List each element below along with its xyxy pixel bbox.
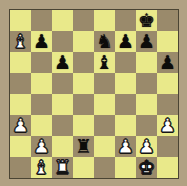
white-pawn-f2: ♟ bbox=[115, 136, 136, 157]
square-b6[interactable] bbox=[31, 52, 52, 73]
square-c2[interactable] bbox=[52, 136, 73, 157]
square-a2[interactable] bbox=[10, 136, 31, 157]
square-f7[interactable]: ♟ bbox=[115, 31, 136, 52]
square-f8[interactable] bbox=[115, 10, 136, 31]
square-b7[interactable]: ♟ bbox=[31, 31, 52, 52]
black-pawn-f7: ♟ bbox=[115, 31, 136, 52]
square-h7[interactable] bbox=[157, 31, 178, 52]
square-f6[interactable] bbox=[115, 52, 136, 73]
square-e1[interactable] bbox=[94, 157, 115, 178]
page-background: { "game": "chess", "position": { "fen": … bbox=[0, 0, 187, 186]
square-e8[interactable] bbox=[94, 10, 115, 31]
square-b8[interactable] bbox=[31, 10, 52, 31]
black-knight-e7: ♞ bbox=[94, 31, 115, 52]
square-g1[interactable]: ♚ bbox=[136, 157, 157, 178]
square-a6[interactable] bbox=[10, 52, 31, 73]
square-g5[interactable] bbox=[136, 73, 157, 94]
black-bishop-e6: ♝ bbox=[94, 52, 115, 73]
square-b4[interactable] bbox=[31, 94, 52, 115]
square-h5[interactable] bbox=[157, 73, 178, 94]
square-a1[interactable] bbox=[10, 157, 31, 178]
square-f1[interactable] bbox=[115, 157, 136, 178]
white-pawn-b2: ♟ bbox=[31, 136, 52, 157]
square-g6[interactable] bbox=[136, 52, 157, 73]
square-b3[interactable] bbox=[31, 115, 52, 136]
black-pawn-b7: ♟ bbox=[31, 31, 52, 52]
square-f2[interactable]: ♟ bbox=[115, 136, 136, 157]
square-e6[interactable]: ♝ bbox=[94, 52, 115, 73]
square-g2[interactable]: ♟ bbox=[136, 136, 157, 157]
square-b1[interactable]: ♝ bbox=[31, 157, 52, 178]
square-h2[interactable] bbox=[157, 136, 178, 157]
square-g8[interactable]: ♚ bbox=[136, 10, 157, 31]
square-a8[interactable] bbox=[10, 10, 31, 31]
black-rook-d2: ♜ bbox=[73, 136, 94, 157]
square-e4[interactable] bbox=[94, 94, 115, 115]
square-c6[interactable]: ♟ bbox=[52, 52, 73, 73]
black-pawn-g7: ♟ bbox=[136, 31, 157, 52]
square-g7[interactable]: ♟ bbox=[136, 31, 157, 52]
square-h4[interactable] bbox=[157, 94, 178, 115]
square-d3[interactable] bbox=[73, 115, 94, 136]
white-bishop-a7: ♝ bbox=[10, 31, 31, 52]
square-a3[interactable]: ♟ bbox=[10, 115, 31, 136]
square-f3[interactable] bbox=[115, 115, 136, 136]
square-e5[interactable] bbox=[94, 73, 115, 94]
square-b5[interactable] bbox=[31, 73, 52, 94]
square-d8[interactable] bbox=[73, 10, 94, 31]
square-c5[interactable] bbox=[52, 73, 73, 94]
square-c4[interactable] bbox=[52, 94, 73, 115]
square-c7[interactable] bbox=[52, 31, 73, 52]
square-h6[interactable]: ♟ bbox=[157, 52, 178, 73]
square-g3[interactable] bbox=[136, 115, 157, 136]
black-pawn-h6: ♟ bbox=[157, 52, 178, 73]
square-c3[interactable] bbox=[52, 115, 73, 136]
white-pawn-g2: ♟ bbox=[136, 136, 157, 157]
square-d6[interactable] bbox=[73, 52, 94, 73]
square-h8[interactable] bbox=[157, 10, 178, 31]
square-a4[interactable] bbox=[10, 94, 31, 115]
square-f4[interactable] bbox=[115, 94, 136, 115]
square-a5[interactable] bbox=[10, 73, 31, 94]
square-d5[interactable] bbox=[73, 73, 94, 94]
square-e7[interactable]: ♞ bbox=[94, 31, 115, 52]
white-pawn-a3: ♟ bbox=[10, 115, 31, 136]
square-a7[interactable]: ♝ bbox=[10, 31, 31, 52]
square-d4[interactable] bbox=[73, 94, 94, 115]
square-g4[interactable] bbox=[136, 94, 157, 115]
square-f5[interactable] bbox=[115, 73, 136, 94]
black-king-g8: ♚ bbox=[136, 10, 157, 31]
square-c1[interactable]: ♜ bbox=[52, 157, 73, 178]
square-d1[interactable] bbox=[73, 157, 94, 178]
square-h3[interactable]: ♟ bbox=[157, 115, 178, 136]
square-e3[interactable] bbox=[94, 115, 115, 136]
white-rook-c1: ♜ bbox=[52, 157, 73, 178]
square-c8[interactable] bbox=[52, 10, 73, 31]
square-b2[interactable]: ♟ bbox=[31, 136, 52, 157]
square-d7[interactable] bbox=[73, 31, 94, 52]
white-king-g1: ♚ bbox=[136, 157, 157, 178]
chess-board: ♚♝♟♞♟♟♟♝♟♟♟♟♜♟♟♝♜♚ bbox=[9, 9, 179, 179]
square-e2[interactable] bbox=[94, 136, 115, 157]
black-pawn-c6: ♟ bbox=[52, 52, 73, 73]
square-d2[interactable]: ♜ bbox=[73, 136, 94, 157]
white-pawn-h3: ♟ bbox=[157, 115, 178, 136]
white-bishop-b1: ♝ bbox=[31, 157, 52, 178]
square-h1[interactable] bbox=[157, 157, 178, 178]
